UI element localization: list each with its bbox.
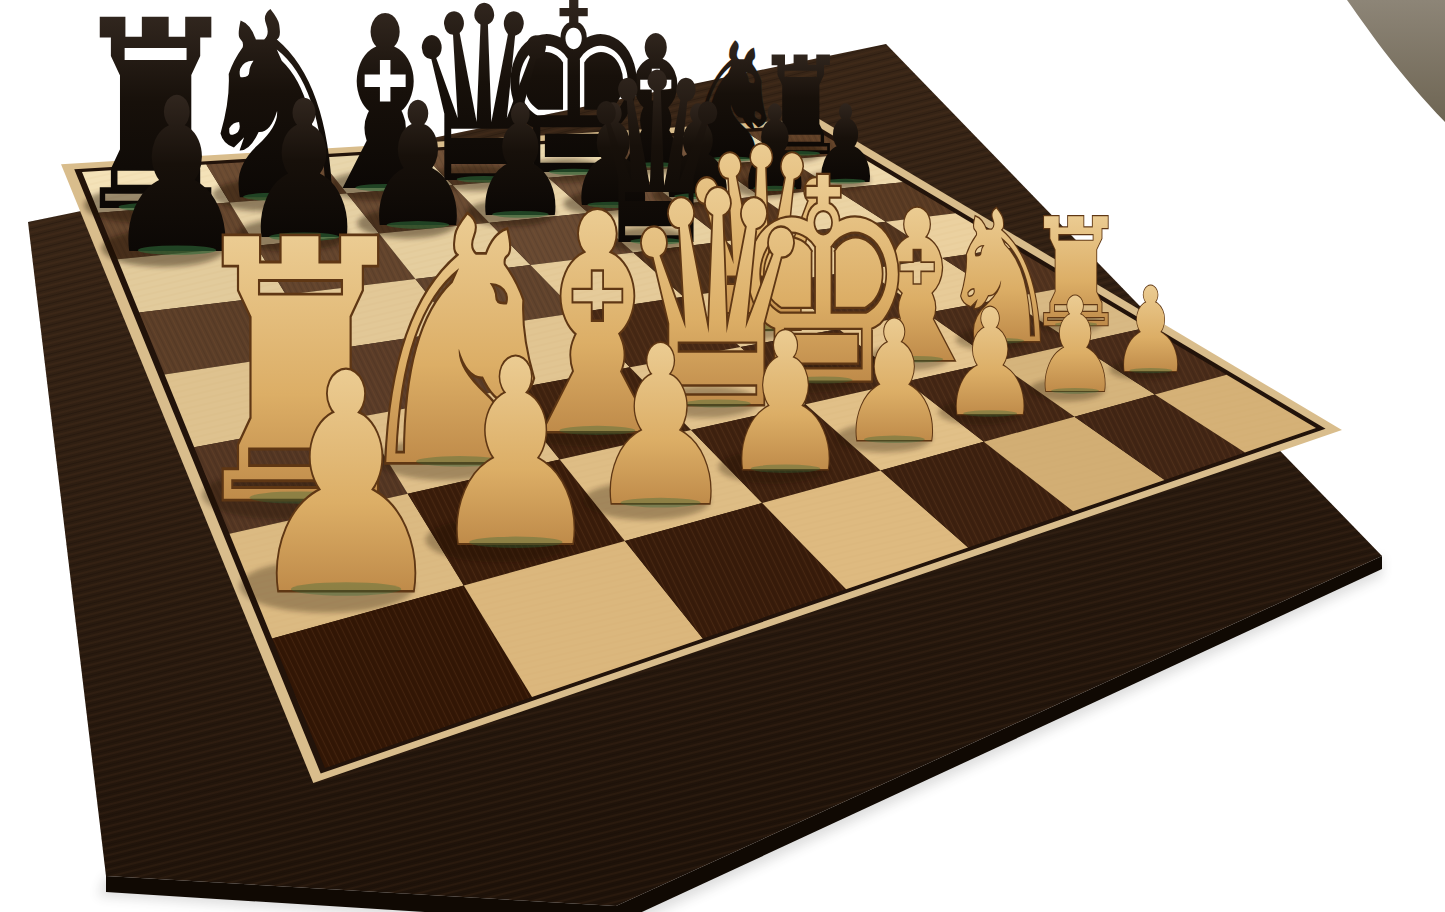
felt-base-rim bbox=[963, 410, 1017, 416]
chess-set-product-photo: ♜♞♝♚♛♟♝♟♟♞♟♜♟♟♟♛♟♜♛♞♝♟♚♟♛♟♝♟♞♟♜♟♟♟ bbox=[0, 0, 1445, 912]
felt-base-rim bbox=[291, 582, 401, 595]
felt-base-rim bbox=[469, 537, 563, 548]
felt-base-rim bbox=[1129, 368, 1172, 373]
glyph-white-pawn: ♟ bbox=[1111, 263, 1191, 398]
piece-white-pawn-f2: ♟ bbox=[938, 278, 1040, 449]
felt-base-rim bbox=[1051, 388, 1099, 394]
felt-base-rim bbox=[751, 465, 821, 473]
piece-white-pawn-g2: ♟ bbox=[1029, 269, 1120, 421]
piece-white-pawn-b2: ♟ bbox=[425, 306, 602, 602]
glyph-white-pawn: ♟ bbox=[838, 285, 951, 479]
glyph-white-pawn: ♟ bbox=[721, 292, 850, 514]
piece-white-pawn-a2: ♟ bbox=[240, 310, 449, 661]
chess-board-scene: ♜♞♝♚♛♟♝♟♟♞♟♜♟♟♟♛♟♜♛♞♝♟♚♟♛♟♝♟♞♟♜♟♟♟ bbox=[0, 0, 1445, 912]
glyph-white-pawn: ♟ bbox=[586, 299, 735, 555]
piece-white-pawn-d2: ♟ bbox=[718, 292, 850, 514]
piece-white-pawn-h2: ♟ bbox=[1109, 263, 1190, 398]
glyph-white-pawn: ♟ bbox=[1031, 269, 1120, 421]
piece-white-pawn-e2: ♟ bbox=[836, 285, 951, 479]
glyph-white-pawn: ♟ bbox=[429, 306, 602, 602]
piece-white-pawn-c2: ♟ bbox=[583, 299, 735, 555]
glyph-white-pawn: ♟ bbox=[244, 310, 449, 661]
glyph-white-pawn: ♟ bbox=[940, 278, 1040, 449]
felt-base-rim bbox=[620, 498, 700, 508]
felt-base-rim bbox=[864, 436, 925, 443]
